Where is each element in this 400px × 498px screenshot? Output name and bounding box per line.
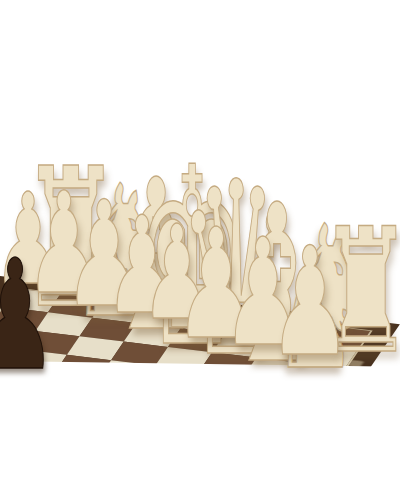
- piece-white-pawn-a2: ♟: [268, 227, 351, 377]
- chess-set-photo: ♜♞♝♚♛♝♞♜♟♟♟♟♟♟♟♟♟: [0, 0, 400, 498]
- piece-black-pawn-foreground: ♟: [0, 240, 57, 392]
